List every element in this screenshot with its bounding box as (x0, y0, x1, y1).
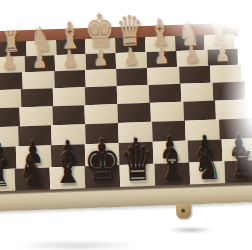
square: ♟ (116, 52, 147, 69)
square (85, 104, 118, 124)
chess-set-photo: ♜ ♞ ♝ ♚ ♛ ♝ ♞ ♜ ♟ ♟ ♟ ♟ ♟ ♟ ♟ ♟ (0, 0, 252, 250)
square (151, 121, 185, 142)
square: ♞ (15, 167, 51, 191)
square (0, 89, 21, 108)
square (85, 123, 119, 144)
square (19, 106, 52, 126)
square: ♞ (189, 161, 225, 185)
square: ♟ (0, 147, 17, 170)
square: ♟ (146, 51, 177, 68)
square (218, 118, 252, 139)
square (183, 101, 216, 121)
square: ♟ (153, 141, 188, 164)
square (21, 88, 54, 107)
square (210, 65, 242, 83)
square (52, 105, 85, 125)
square: ♟ (16, 145, 51, 168)
square (0, 107, 20, 127)
square: ♟ (187, 139, 222, 162)
square (54, 70, 86, 88)
square: ♛ (119, 164, 155, 188)
chess-board: ♜ ♞ ♝ ♚ ♛ ♝ ♞ ♜ ♟ ♟ ♟ ♟ ♟ ♟ ♟ ♟ (0, 33, 252, 212)
square (116, 68, 148, 86)
square: ♟ (84, 143, 119, 166)
square (85, 69, 117, 87)
square: ♝ (154, 163, 190, 187)
square (0, 72, 23, 90)
square (179, 66, 211, 84)
square (181, 83, 214, 102)
square: ♜ (0, 169, 15, 193)
square (117, 85, 150, 104)
checkerboard: ♜ ♞ ♝ ♚ ♛ ♝ ♞ ♜ ♟ ♟ ♟ ♟ ♟ ♟ ♟ ♟ (0, 33, 252, 193)
square: ♝ (56, 39, 86, 55)
square: ♞ (175, 35, 205, 51)
square: ♟ (207, 49, 238, 66)
square (51, 124, 85, 145)
table-shadow-right (168, 227, 213, 233)
brass-clasp (176, 204, 192, 220)
square (22, 71, 54, 89)
square (53, 87, 86, 106)
square: ♟ (119, 142, 154, 165)
square (150, 102, 183, 122)
square: ♝ (50, 166, 86, 190)
square: ♟ (24, 55, 55, 72)
square: ♟ (177, 50, 208, 67)
square (118, 122, 152, 143)
square: ♟ (0, 56, 25, 73)
square: ♞ (26, 40, 56, 56)
square (117, 103, 150, 123)
square: ♜ (224, 160, 252, 184)
square (185, 119, 219, 140)
square (147, 67, 179, 85)
square: ♟ (221, 138, 252, 161)
square: ♝ (145, 36, 175, 52)
square (216, 99, 249, 119)
square (18, 125, 52, 146)
square: ♟ (55, 54, 86, 71)
table-shadow-left (12, 242, 142, 249)
square: ♚ (85, 165, 121, 189)
square: ♟ (85, 53, 116, 70)
square (149, 84, 182, 103)
square (213, 82, 246, 101)
square (85, 86, 118, 105)
square: ♜ (0, 41, 26, 57)
square: ♜ (204, 34, 234, 50)
square (0, 127, 18, 148)
square: ♛ (115, 37, 145, 53)
square: ♚ (85, 38, 115, 54)
square: ♟ (50, 144, 85, 167)
